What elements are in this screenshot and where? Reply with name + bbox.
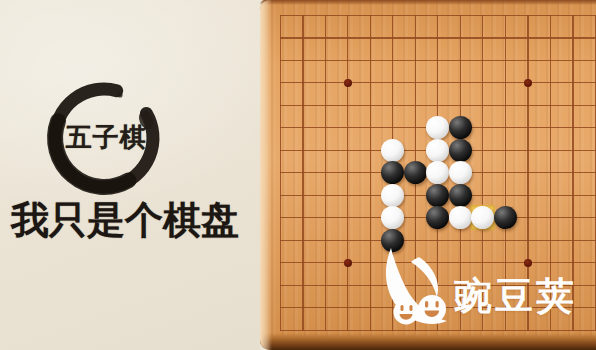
stone-white	[381, 184, 404, 207]
stone-white	[381, 139, 404, 162]
board-grid[interactable]	[280, 15, 596, 331]
board-edge-bottom	[260, 333, 596, 350]
board-edge-left	[260, 0, 272, 350]
stone-white	[426, 161, 449, 184]
stone-white	[426, 139, 449, 162]
stone-black	[426, 206, 449, 229]
stone-white	[449, 161, 472, 184]
stone-white	[426, 116, 449, 139]
stone-white	[471, 206, 494, 229]
star-point	[524, 79, 532, 87]
stone-black	[404, 161, 427, 184]
logo-title: 五子棋	[56, 122, 156, 152]
stone-black	[449, 139, 472, 162]
star-point	[344, 79, 352, 87]
board-edge-top	[260, 0, 596, 5]
star-point	[344, 259, 352, 267]
stone-white	[381, 206, 404, 229]
stone-black	[449, 116, 472, 139]
stone-black	[449, 184, 472, 207]
gomoku-app-screen: 五子棋 我只是个棋盘	[0, 0, 596, 350]
stone-black	[494, 206, 517, 229]
stone-black	[381, 161, 404, 184]
caption-text: 我只是个棋盘	[0, 196, 250, 243]
stone-black	[381, 229, 404, 252]
star-point	[524, 259, 532, 267]
stone-white	[449, 206, 472, 229]
branding-panel: 五子棋 我只是个棋盘	[0, 0, 260, 350]
stone-black	[426, 184, 449, 207]
gomoku-board[interactable]: 豌豆荚	[260, 0, 596, 350]
